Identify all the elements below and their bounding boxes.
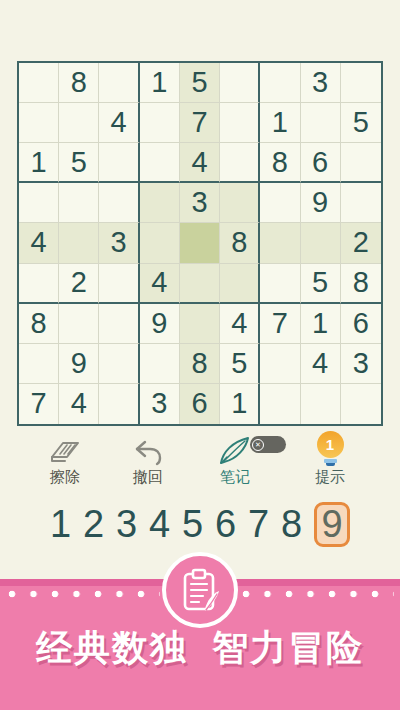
cell-r2c6[interactable]	[220, 103, 260, 143]
cell-r8c9[interactable]: 3	[341, 344, 381, 384]
cell-r5c4[interactable]	[140, 223, 180, 263]
cell-r1c1[interactable]	[19, 63, 59, 103]
cell-r6c3[interactable]	[99, 264, 139, 304]
cell-r3c9[interactable]	[341, 143, 381, 183]
cell-r9c9[interactable]	[341, 384, 381, 424]
toggle-x-icon: ✕	[252, 439, 264, 451]
cell-r2c3[interactable]: 4	[99, 103, 139, 143]
cell-r8c1[interactable]	[19, 344, 59, 384]
numpad-key-4[interactable]: 4	[149, 503, 170, 546]
cell-r6c7[interactable]	[260, 264, 300, 304]
cell-r7c4[interactable]: 9	[140, 304, 180, 344]
hint-badge: 1	[317, 431, 344, 458]
cell-r7c5[interactable]	[180, 304, 220, 344]
cell-r9c3[interactable]	[99, 384, 139, 424]
feather-icon	[218, 435, 252, 466]
cell-r2c5[interactable]: 7	[180, 103, 220, 143]
cell-r4c9[interactable]	[341, 183, 381, 223]
cell-r4c1[interactable]	[19, 183, 59, 223]
cell-r1c4[interactable]: 1	[140, 63, 180, 103]
cell-r1c9[interactable]	[341, 63, 381, 103]
cell-r9c5[interactable]: 6	[180, 384, 220, 424]
cell-r4c6[interactable]	[220, 183, 260, 223]
cell-r9c4[interactable]: 3	[140, 384, 180, 424]
cell-r6c1[interactable]	[19, 264, 59, 304]
cell-r7c7[interactable]: 7	[260, 304, 300, 344]
notes-toggle-off[interactable]: ✕	[250, 436, 286, 453]
cell-r5c6[interactable]: 8	[220, 223, 260, 263]
cell-r7c2[interactable]	[59, 304, 99, 344]
cell-r7c6[interactable]: 4	[220, 304, 260, 344]
eraser-icon	[48, 435, 82, 466]
cell-r6c5[interactable]	[180, 264, 220, 304]
cell-r1c7[interactable]	[260, 63, 300, 103]
clipboard-feather-icon	[162, 552, 238, 628]
hint-label: 提示	[315, 468, 345, 485]
promo-banner[interactable]: 经典数独 智力冒险	[0, 579, 400, 710]
cell-r5c9[interactable]: 2	[341, 223, 381, 263]
cell-r6c9[interactable]: 8	[341, 264, 381, 304]
undo-label: 撤回	[133, 468, 163, 485]
cell-r4c8[interactable]: 9	[301, 183, 341, 223]
banner-dots-left	[8, 590, 160, 598]
cell-r4c4[interactable]	[140, 183, 180, 223]
cell-r5c3[interactable]: 3	[99, 223, 139, 263]
bulb-tip	[326, 463, 335, 466]
cell-r4c2[interactable]	[59, 183, 99, 223]
cell-r4c3[interactable]	[99, 183, 139, 223]
notes-label: 笔记	[220, 468, 250, 485]
cell-r2c2[interactable]	[59, 103, 99, 143]
cell-r7c8[interactable]: 1	[301, 304, 341, 344]
erase-label: 擦除	[50, 468, 80, 485]
cell-r2c1[interactable]	[19, 103, 59, 143]
cell-r2c4[interactable]	[140, 103, 180, 143]
cell-r7c1[interactable]: 8	[19, 304, 59, 344]
banner-dots-right	[242, 590, 394, 598]
cell-r8c4[interactable]	[140, 344, 180, 384]
numpad-key-7[interactable]: 7	[248, 503, 269, 546]
cell-r8c7[interactable]	[260, 344, 300, 384]
cell-r2c8[interactable]	[301, 103, 341, 143]
cell-r3c7[interactable]: 8	[260, 143, 300, 183]
cell-r9c7[interactable]	[260, 384, 300, 424]
erase-button[interactable]: 擦除	[34, 435, 96, 485]
numpad-key-8[interactable]: 8	[281, 503, 302, 546]
cell-r3c1[interactable]: 1	[19, 143, 59, 183]
cell-r5c5[interactable]	[180, 223, 220, 263]
cell-r3c8[interactable]: 6	[301, 143, 341, 183]
cell-r6c2[interactable]: 2	[59, 264, 99, 304]
cell-r2c7[interactable]: 1	[260, 103, 300, 143]
cell-r8c5[interactable]: 8	[180, 344, 220, 384]
sudoku-board[interactable]: 815347151548639438224588947169854374361	[17, 61, 383, 426]
hint-button[interactable]: 1 提示	[299, 435, 361, 485]
cell-r1c2[interactable]: 8	[59, 63, 99, 103]
cell-r3c2[interactable]: 5	[59, 143, 99, 183]
cell-r8c3[interactable]	[99, 344, 139, 384]
cell-r4c7[interactable]	[260, 183, 300, 223]
cell-r5c7[interactable]	[260, 223, 300, 263]
cell-r1c3[interactable]	[99, 63, 139, 103]
numpad-key-9-active[interactable]: 9	[314, 502, 350, 547]
cell-r4c5[interactable]: 3	[180, 183, 220, 223]
cell-r8c2[interactable]: 9	[59, 344, 99, 384]
undo-button[interactable]: 撤回	[117, 435, 179, 485]
cell-r2c9[interactable]: 5	[341, 103, 381, 143]
cell-r3c5[interactable]: 4	[180, 143, 220, 183]
numpad-key-2[interactable]: 2	[83, 503, 104, 546]
banner-title: 经典数独 智力冒险	[0, 624, 400, 673]
cell-r3c4[interactable]	[140, 143, 180, 183]
undo-arrow-icon	[133, 435, 163, 466]
numpad-key-6[interactable]: 6	[215, 503, 236, 546]
numpad-key-3[interactable]: 3	[116, 503, 137, 546]
cell-r7c3[interactable]	[99, 304, 139, 344]
cell-r3c3[interactable]	[99, 143, 139, 183]
cell-r5c1[interactable]: 4	[19, 223, 59, 263]
cell-r1c6[interactable]	[220, 63, 260, 103]
cell-r9c6[interactable]: 1	[220, 384, 260, 424]
cell-r6c4[interactable]: 4	[140, 264, 180, 304]
cell-r8c8[interactable]: 4	[301, 344, 341, 384]
cell-r9c2[interactable]: 4	[59, 384, 99, 424]
number-pad: 1 2 3 4 5 6 7 8 9	[0, 502, 400, 547]
cell-r1c8[interactable]: 3	[301, 63, 341, 103]
cell-r9c8[interactable]	[301, 384, 341, 424]
cell-r7c9[interactable]: 6	[341, 304, 381, 344]
sudoku-app-screen: 815347151548639438224588947169854374361 …	[0, 0, 400, 710]
cell-r1c5[interactable]: 5	[180, 63, 220, 103]
numpad-key-1[interactable]: 1	[50, 503, 71, 546]
cell-r6c8[interactable]: 5	[301, 264, 341, 304]
cell-r5c2[interactable]	[59, 223, 99, 263]
numpad-key-5[interactable]: 5	[182, 503, 203, 546]
cell-r5c8[interactable]	[301, 223, 341, 263]
cell-r9c1[interactable]: 7	[19, 384, 59, 424]
cell-r8c6[interactable]: 5	[220, 344, 260, 384]
cell-r6c6[interactable]	[220, 264, 260, 304]
lightbulb-icon: 1	[317, 435, 344, 466]
cell-r3c6[interactable]	[220, 143, 260, 183]
